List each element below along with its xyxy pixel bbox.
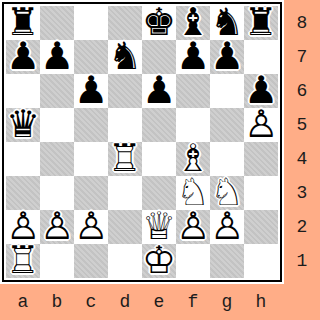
square-a7[interactable]: ♟ xyxy=(6,40,40,74)
white-pawn-f2[interactable]: ♙ xyxy=(176,210,210,244)
file-label-c: c xyxy=(86,292,97,312)
square-g5[interactable] xyxy=(210,108,244,142)
file-label-g: g xyxy=(222,292,233,312)
square-a5[interactable]: ♛ xyxy=(6,108,40,142)
rank-label-2: 2 xyxy=(297,217,308,237)
square-h1[interactable] xyxy=(244,244,278,278)
white-pawn-b2[interactable]: ♙ xyxy=(40,210,74,244)
square-g6[interactable] xyxy=(210,74,244,108)
square-e8[interactable]: ♚ xyxy=(142,6,176,40)
square-f2[interactable]: ♙ xyxy=(176,210,210,244)
square-d4[interactable]: ♖ xyxy=(108,142,142,176)
square-e4[interactable] xyxy=(142,142,176,176)
black-pawn-g7[interactable]: ♟ xyxy=(210,40,244,74)
square-f6[interactable] xyxy=(176,74,210,108)
file-label-d: d xyxy=(120,292,131,312)
square-h3[interactable] xyxy=(244,176,278,210)
file-label-b: b xyxy=(52,292,63,312)
square-d6[interactable] xyxy=(108,74,142,108)
rank-label-4: 4 xyxy=(297,149,308,169)
square-c4[interactable] xyxy=(74,142,108,176)
square-a1[interactable]: ♖ xyxy=(6,244,40,278)
white-pawn-h5[interactable]: ♙ xyxy=(244,108,278,142)
square-f1[interactable] xyxy=(176,244,210,278)
black-rook-h8[interactable]: ♜ xyxy=(244,6,278,40)
file-label-f: f xyxy=(188,292,199,312)
black-pawn-e6[interactable]: ♟ xyxy=(142,74,176,108)
square-b2[interactable]: ♙ xyxy=(40,210,74,244)
white-rook-d4[interactable]: ♖ xyxy=(108,142,142,176)
rank-label-6: 6 xyxy=(297,81,308,101)
square-d1[interactable] xyxy=(108,244,142,278)
square-d2[interactable] xyxy=(108,210,142,244)
board-grid: ♜♚♝♞♜♟♟♞♟♟♟♟♟♛♙♖♗♘♘♙♙♙♕♙♙♖♔ xyxy=(6,6,278,278)
square-c5[interactable] xyxy=(74,108,108,142)
square-g1[interactable] xyxy=(210,244,244,278)
square-h2[interactable] xyxy=(244,210,278,244)
file-labels: abcdefgh xyxy=(6,288,278,316)
square-b6[interactable] xyxy=(40,74,74,108)
black-pawn-c6[interactable]: ♟ xyxy=(74,74,108,108)
square-h5[interactable]: ♙ xyxy=(244,108,278,142)
rank-label-1: 1 xyxy=(297,251,308,271)
square-d7[interactable]: ♞ xyxy=(108,40,142,74)
black-knight-d7[interactable]: ♞ xyxy=(108,40,142,74)
file-label-a: a xyxy=(18,292,29,312)
file-label-h: h xyxy=(256,292,267,312)
square-g2[interactable]: ♙ xyxy=(210,210,244,244)
square-g7[interactable]: ♟ xyxy=(210,40,244,74)
white-king-e1[interactable]: ♔ xyxy=(142,244,176,278)
square-e1[interactable]: ♔ xyxy=(142,244,176,278)
square-a4[interactable] xyxy=(6,142,40,176)
black-queen-a5[interactable]: ♛ xyxy=(6,108,40,142)
rank-label-8: 8 xyxy=(297,13,308,33)
square-b7[interactable]: ♟ xyxy=(40,40,74,74)
white-rook-a1[interactable]: ♖ xyxy=(6,244,40,278)
white-pawn-g2[interactable]: ♙ xyxy=(210,210,244,244)
black-pawn-f7[interactable]: ♟ xyxy=(176,40,210,74)
square-e5[interactable] xyxy=(142,108,176,142)
square-b1[interactable] xyxy=(40,244,74,278)
file-label-e: e xyxy=(154,292,165,312)
rank-label-5: 5 xyxy=(297,115,308,135)
black-pawn-a7[interactable]: ♟ xyxy=(6,40,40,74)
black-pawn-b7[interactable]: ♟ xyxy=(40,40,74,74)
rank-label-3: 3 xyxy=(297,183,308,203)
black-king-e8[interactable]: ♚ xyxy=(142,6,176,40)
square-c6[interactable]: ♟ xyxy=(74,74,108,108)
rank-labels: 87654321 xyxy=(286,6,318,278)
white-pawn-c2[interactable]: ♙ xyxy=(74,210,108,244)
square-b4[interactable] xyxy=(40,142,74,176)
square-e6[interactable]: ♟ xyxy=(142,74,176,108)
square-f7[interactable]: ♟ xyxy=(176,40,210,74)
chess-board: ♜♚♝♞♜♟♟♞♟♟♟♟♟♛♙♖♗♘♘♙♙♙♕♙♙♖♔ xyxy=(0,0,284,284)
square-h8[interactable]: ♜ xyxy=(244,6,278,40)
square-h4[interactable] xyxy=(244,142,278,176)
square-d3[interactable] xyxy=(108,176,142,210)
board-frame: ♜♚♝♞♜♟♟♞♟♟♟♟♟♛♙♖♗♘♘♙♙♙♕♙♙♖♔ xyxy=(2,2,282,282)
square-c1[interactable] xyxy=(74,244,108,278)
square-c2[interactable]: ♙ xyxy=(74,210,108,244)
square-c8[interactable] xyxy=(74,6,108,40)
chess-diagram: ♜♚♝♞♜♟♟♞♟♟♟♟♟♛♙♖♗♘♘♙♙♙♕♙♙♖♔ 87654321 abc… xyxy=(0,0,320,320)
square-b5[interactable] xyxy=(40,108,74,142)
rank-label-7: 7 xyxy=(297,47,308,67)
